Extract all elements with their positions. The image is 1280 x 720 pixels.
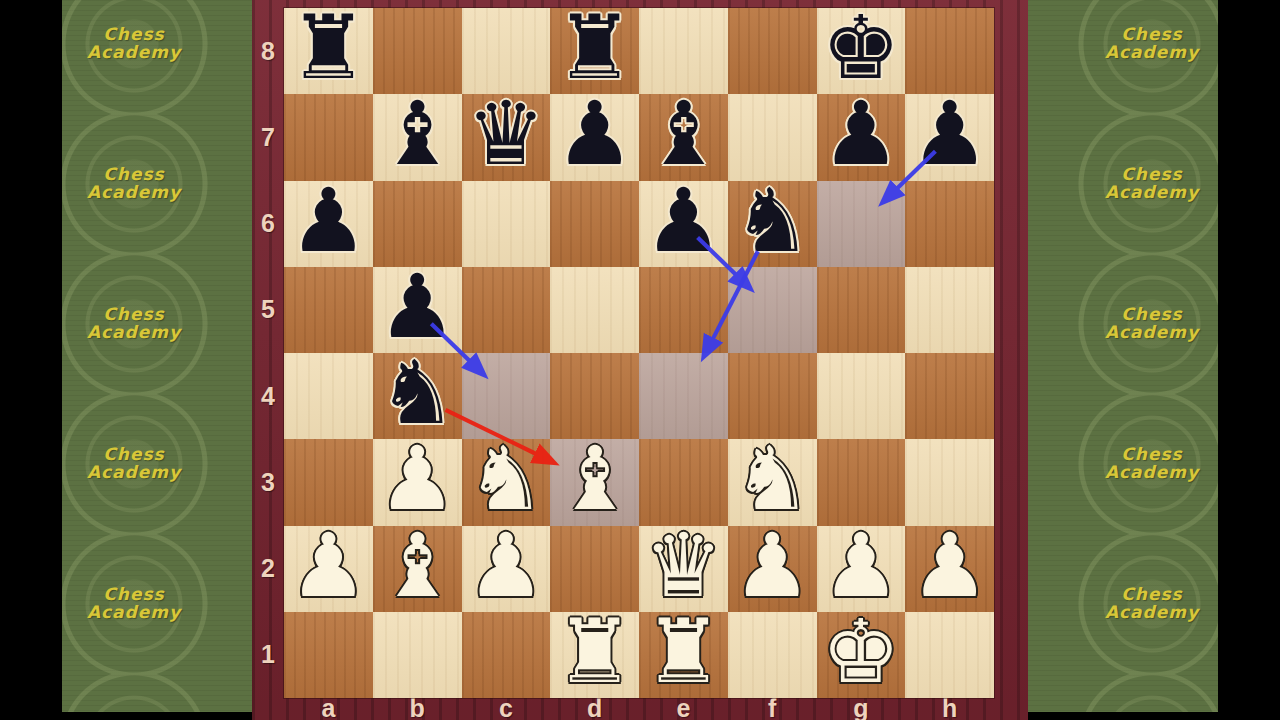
file-label-b: b — [373, 696, 462, 720]
white-pawn: ♟ — [821, 523, 900, 609]
rank-label-8: 8 — [252, 8, 284, 94]
square-g3[interactable] — [817, 439, 906, 525]
black-bishop: ♝ — [378, 91, 457, 177]
white-king: ♚ — [821, 609, 900, 695]
white-pawn: ♟ — [466, 523, 545, 609]
square-b1[interactable] — [373, 612, 462, 698]
white-pawn: ♟ — [289, 523, 368, 609]
square-e7[interactable]: ♝ — [639, 94, 728, 180]
black-knight: ♞ — [733, 178, 812, 264]
black-queen: ♛ — [466, 91, 545, 177]
square-a1[interactable] — [284, 612, 373, 698]
square-d5[interactable] — [550, 267, 639, 353]
square-a2[interactable]: ♟ — [284, 526, 373, 612]
black-pawn: ♟ — [555, 91, 634, 177]
square-f3[interactable]: ♞ — [728, 439, 817, 525]
watermark-line-1: Chess — [1062, 165, 1242, 183]
file-label-f: f — [728, 696, 817, 720]
square-b8[interactable] — [373, 8, 462, 94]
watermark-line-1: Chess — [44, 585, 224, 603]
file-label-c: c — [462, 696, 551, 720]
rank-labels: 87654321 — [252, 8, 284, 698]
square-c5[interactable] — [462, 267, 551, 353]
white-knight: ♞ — [733, 436, 812, 522]
white-rook: ♜ — [644, 609, 723, 695]
square-a5[interactable] — [284, 267, 373, 353]
chess-board: ♜♜♚♝♛♟♝♟♟♟♟♞♟♞♟♞♝♞♟♝♟♛♟♟♟♜♜♚ — [284, 8, 994, 698]
background-left-strip: ChessAcademyChessAcademyChessAcademyChes… — [62, 0, 252, 712]
white-pawn: ♟ — [733, 523, 812, 609]
square-c7[interactable]: ♛ — [462, 94, 551, 180]
square-h2[interactable]: ♟ — [905, 526, 994, 612]
white-rook: ♜ — [555, 609, 634, 695]
square-a6[interactable]: ♟ — [284, 181, 373, 267]
chess-board-frame: 87654321 abcdefgh ♜♜♚♝♛♟♝♟♟♟♟♞♟♞♟♞♝♞♟♝♟♛… — [252, 0, 1028, 720]
square-a8[interactable]: ♜ — [284, 8, 373, 94]
square-h1[interactable] — [905, 612, 994, 698]
square-d3[interactable]: ♝ — [550, 439, 639, 525]
watermark-line-1: Chess — [44, 25, 224, 43]
watermark-line-1: Chess — [1062, 305, 1242, 323]
white-bishop: ♝ — [555, 436, 634, 522]
watermark-chess-academy: ChessAcademy — [1062, 305, 1242, 341]
black-pawn: ♟ — [821, 91, 900, 177]
square-g8[interactable]: ♚ — [817, 8, 906, 94]
white-bishop: ♝ — [378, 523, 457, 609]
square-h7[interactable]: ♟ — [905, 94, 994, 180]
watermark-line-2: Academy — [1062, 43, 1242, 61]
black-rook: ♜ — [289, 5, 368, 91]
white-pawn: ♟ — [378, 436, 457, 522]
rank-label-6: 6 — [252, 181, 284, 267]
square-h3[interactable] — [905, 439, 994, 525]
square-e6[interactable]: ♟ — [639, 181, 728, 267]
watermark-line-2: Academy — [1062, 603, 1242, 621]
square-b4[interactable]: ♞ — [373, 353, 462, 439]
rank-label-5: 5 — [252, 267, 284, 353]
white-knight: ♞ — [466, 436, 545, 522]
square-d6[interactable] — [550, 181, 639, 267]
black-knight: ♞ — [378, 350, 457, 436]
square-f6[interactable]: ♞ — [728, 181, 817, 267]
square-b3[interactable]: ♟ — [373, 439, 462, 525]
black-pawn: ♟ — [910, 91, 989, 177]
square-f7[interactable] — [728, 94, 817, 180]
square-b5[interactable]: ♟ — [373, 267, 462, 353]
black-pawn: ♟ — [644, 178, 723, 264]
square-c2[interactable]: ♟ — [462, 526, 551, 612]
rank-label-4: 4 — [252, 353, 284, 439]
square-h4[interactable] — [905, 353, 994, 439]
black-rook: ♜ — [555, 5, 634, 91]
watermark-chess-academy: ChessAcademy — [44, 165, 224, 201]
square-d7[interactable]: ♟ — [550, 94, 639, 180]
file-label-h: h — [905, 696, 994, 720]
background-right-strip: ChessAcademyChessAcademyChessAcademyChes… — [1028, 0, 1218, 712]
watermark-line-1: Chess — [1062, 445, 1242, 463]
black-king: ♚ — [821, 5, 900, 91]
square-e4[interactable] — [639, 353, 728, 439]
watermark-line-1: Chess — [1062, 25, 1242, 43]
square-c1[interactable] — [462, 612, 551, 698]
square-g7[interactable]: ♟ — [817, 94, 906, 180]
square-d4[interactable] — [550, 353, 639, 439]
rank-label-2: 2 — [252, 526, 284, 612]
rank-label-1: 1 — [252, 612, 284, 698]
white-queen: ♛ — [644, 523, 723, 609]
watermark-line-2: Academy — [44, 323, 224, 341]
watermark-line-1: Chess — [44, 445, 224, 463]
square-c8[interactable] — [462, 8, 551, 94]
square-d1[interactable]: ♜ — [550, 612, 639, 698]
watermark-chess-academy: ChessAcademy — [1062, 165, 1242, 201]
square-a4[interactable] — [284, 353, 373, 439]
watermark-line-1: Chess — [44, 165, 224, 183]
watermark-line-2: Academy — [1062, 463, 1242, 481]
square-g5[interactable] — [817, 267, 906, 353]
watermark-chess-academy: ChessAcademy — [1062, 585, 1242, 621]
square-e3[interactable] — [639, 439, 728, 525]
square-b6[interactable] — [373, 181, 462, 267]
file-label-a: a — [284, 696, 373, 720]
watermark-chess-academy: ChessAcademy — [1062, 25, 1242, 61]
square-f4[interactable] — [728, 353, 817, 439]
square-h6[interactable] — [905, 181, 994, 267]
square-f5[interactable] — [728, 267, 817, 353]
square-g4[interactable] — [817, 353, 906, 439]
watermark-chess-academy: ChessAcademy — [44, 585, 224, 621]
white-pawn: ♟ — [910, 523, 989, 609]
rank-label-3: 3 — [252, 439, 284, 525]
square-d2[interactable] — [550, 526, 639, 612]
watermark-line-2: Academy — [1062, 183, 1242, 201]
watermark-line-2: Academy — [44, 603, 224, 621]
square-d8[interactable]: ♜ — [550, 8, 639, 94]
watermark-chess-academy: ChessAcademy — [44, 445, 224, 481]
square-e5[interactable] — [639, 267, 728, 353]
square-h8[interactable] — [905, 8, 994, 94]
square-e1[interactable]: ♜ — [639, 612, 728, 698]
black-bishop: ♝ — [644, 91, 723, 177]
black-pawn: ♟ — [289, 178, 368, 264]
square-a7[interactable] — [284, 94, 373, 180]
watermark-chess-academy: ChessAcademy — [44, 25, 224, 61]
square-h5[interactable] — [905, 267, 994, 353]
square-f8[interactable] — [728, 8, 817, 94]
square-e8[interactable] — [639, 8, 728, 94]
square-f2[interactable]: ♟ — [728, 526, 817, 612]
square-c6[interactable] — [462, 181, 551, 267]
watermark-line-2: Academy — [44, 463, 224, 481]
square-e2[interactable]: ♛ — [639, 526, 728, 612]
watermark-line-2: Academy — [44, 43, 224, 61]
square-c4[interactable] — [462, 353, 551, 439]
rank-label-7: 7 — [252, 94, 284, 180]
square-b7[interactable]: ♝ — [373, 94, 462, 180]
square-g1[interactable]: ♚ — [817, 612, 906, 698]
video-frame: ChessAcademyChessAcademyChessAcademyChes… — [0, 0, 1280, 720]
square-a3[interactable] — [284, 439, 373, 525]
watermark-line-2: Academy — [1062, 323, 1242, 341]
square-g2[interactable]: ♟ — [817, 526, 906, 612]
watermark-line-1: Chess — [1062, 585, 1242, 603]
square-f1[interactable] — [728, 612, 817, 698]
square-b2[interactable]: ♝ — [373, 526, 462, 612]
square-c3[interactable]: ♞ — [462, 439, 551, 525]
watermark-chess-academy: ChessAcademy — [44, 305, 224, 341]
watermark-line-1: Chess — [44, 305, 224, 323]
square-g6[interactable] — [817, 181, 906, 267]
black-pawn: ♟ — [378, 264, 457, 350]
watermark-chess-academy: ChessAcademy — [1062, 445, 1242, 481]
watermark-line-2: Academy — [44, 183, 224, 201]
